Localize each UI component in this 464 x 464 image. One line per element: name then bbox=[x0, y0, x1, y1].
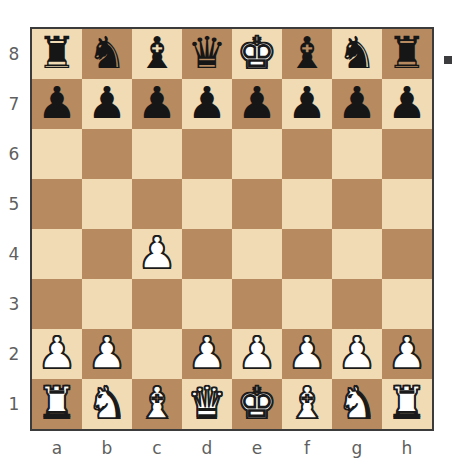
rank-label-7: 7 bbox=[0, 79, 28, 129]
square-e7[interactable]: ♟ bbox=[232, 79, 282, 129]
square-c8[interactable]: ♝ bbox=[132, 29, 182, 79]
white-pawn-c4[interactable]: ♟ bbox=[137, 231, 176, 275]
black-knight-b8[interactable]: ♞ bbox=[87, 31, 126, 75]
black-king-e8[interactable]: ♚ bbox=[237, 31, 276, 75]
white-pawn-e2[interactable]: ♟ bbox=[237, 331, 276, 375]
square-c4[interactable]: ♟ bbox=[132, 229, 182, 279]
square-a1[interactable]: ♜ bbox=[32, 379, 82, 429]
square-d5[interactable] bbox=[182, 179, 232, 229]
square-h6[interactable] bbox=[382, 129, 432, 179]
white-knight-b1[interactable]: ♞ bbox=[87, 381, 126, 425]
square-e1[interactable]: ♚ bbox=[232, 379, 282, 429]
square-h4[interactable] bbox=[382, 229, 432, 279]
white-king-e1[interactable]: ♚ bbox=[237, 381, 276, 425]
black-rook-h8[interactable]: ♜ bbox=[387, 31, 426, 75]
black-pawn-c7[interactable]: ♟ bbox=[137, 81, 176, 125]
square-f2[interactable]: ♟ bbox=[282, 329, 332, 379]
square-f6[interactable] bbox=[282, 129, 332, 179]
square-b1[interactable]: ♞ bbox=[82, 379, 132, 429]
square-g8[interactable]: ♞ bbox=[332, 29, 382, 79]
square-d2[interactable]: ♟ bbox=[182, 329, 232, 379]
file-label-d: d bbox=[182, 434, 232, 462]
square-f3[interactable] bbox=[282, 279, 332, 329]
square-h8[interactable]: ♜ bbox=[382, 29, 432, 79]
square-g7[interactable]: ♟ bbox=[332, 79, 382, 129]
square-e2[interactable]: ♟ bbox=[232, 329, 282, 379]
square-g4[interactable] bbox=[332, 229, 382, 279]
black-pawn-f7[interactable]: ♟ bbox=[287, 81, 326, 125]
square-b6[interactable] bbox=[82, 129, 132, 179]
white-knight-g1[interactable]: ♞ bbox=[337, 381, 376, 425]
white-rook-h1[interactable]: ♜ bbox=[387, 381, 426, 425]
square-h1[interactable]: ♜ bbox=[382, 379, 432, 429]
file-label-c: c bbox=[132, 434, 182, 462]
rank-label-5: 5 bbox=[0, 179, 28, 229]
square-b2[interactable]: ♟ bbox=[82, 329, 132, 379]
white-pawn-h2[interactable]: ♟ bbox=[387, 331, 426, 375]
white-pawn-b2[interactable]: ♟ bbox=[87, 331, 126, 375]
square-a2[interactable]: ♟ bbox=[32, 329, 82, 379]
square-a4[interactable] bbox=[32, 229, 82, 279]
square-b4[interactable] bbox=[82, 229, 132, 279]
black-knight-g8[interactable]: ♞ bbox=[337, 31, 376, 75]
rank-label-8: 8 bbox=[0, 29, 28, 79]
square-e8[interactable]: ♚ bbox=[232, 29, 282, 79]
white-pawn-d2[interactable]: ♟ bbox=[187, 331, 226, 375]
square-g2[interactable]: ♟ bbox=[332, 329, 382, 379]
chess-board[interactable]: ♜♞♝♛♚♝♞♜♟♟♟♟♟♟♟♟♟♟♟♟♟♟♟♟♜♞♝♛♚♝♞♜ bbox=[30, 27, 434, 431]
file-label-a: a bbox=[32, 434, 82, 462]
rank-label-4: 4 bbox=[0, 229, 28, 279]
black-pawn-d7[interactable]: ♟ bbox=[187, 81, 226, 125]
black-pawn-a7[interactable]: ♟ bbox=[37, 81, 76, 125]
file-label-h: h bbox=[382, 434, 432, 462]
square-c6[interactable] bbox=[132, 129, 182, 179]
file-label-e: e bbox=[232, 434, 282, 462]
square-f8[interactable]: ♝ bbox=[282, 29, 332, 79]
black-to-move-indicator bbox=[444, 56, 452, 64]
square-c5[interactable] bbox=[132, 179, 182, 229]
file-label-g: g bbox=[332, 434, 382, 462]
square-c1[interactable]: ♝ bbox=[132, 379, 182, 429]
square-e5[interactable] bbox=[232, 179, 282, 229]
white-pawn-f2[interactable]: ♟ bbox=[287, 331, 326, 375]
black-pawn-b7[interactable]: ♟ bbox=[87, 81, 126, 125]
square-a7[interactable]: ♟ bbox=[32, 79, 82, 129]
square-d6[interactable] bbox=[182, 129, 232, 179]
file-label-b: b bbox=[82, 434, 132, 462]
square-d1[interactable]: ♛ bbox=[182, 379, 232, 429]
white-bishop-c1[interactable]: ♝ bbox=[137, 381, 176, 425]
square-b7[interactable]: ♟ bbox=[82, 79, 132, 129]
black-pawn-h7[interactable]: ♟ bbox=[387, 81, 426, 125]
square-b3[interactable] bbox=[82, 279, 132, 329]
black-rook-a8[interactable]: ♜ bbox=[37, 31, 76, 75]
square-h2[interactable]: ♟ bbox=[382, 329, 432, 379]
square-c2[interactable] bbox=[132, 329, 182, 379]
white-pawn-g2[interactable]: ♟ bbox=[337, 331, 376, 375]
rank-label-3: 3 bbox=[0, 279, 28, 329]
rank-label-1: 1 bbox=[0, 379, 28, 429]
white-bishop-f1[interactable]: ♝ bbox=[287, 381, 326, 425]
square-g6[interactable] bbox=[332, 129, 382, 179]
square-a6[interactable] bbox=[32, 129, 82, 179]
square-e3[interactable] bbox=[232, 279, 282, 329]
square-a5[interactable] bbox=[32, 179, 82, 229]
black-bishop-c8[interactable]: ♝ bbox=[137, 31, 176, 75]
square-b5[interactable] bbox=[82, 179, 132, 229]
square-d4[interactable] bbox=[182, 229, 232, 279]
square-d3[interactable] bbox=[182, 279, 232, 329]
rank-label-2: 2 bbox=[0, 329, 28, 379]
square-a8[interactable]: ♜ bbox=[32, 29, 82, 79]
square-g1[interactable]: ♞ bbox=[332, 379, 382, 429]
square-d7[interactable]: ♟ bbox=[182, 79, 232, 129]
square-h3[interactable] bbox=[382, 279, 432, 329]
white-rook-a1[interactable]: ♜ bbox=[37, 381, 76, 425]
black-pawn-e7[interactable]: ♟ bbox=[237, 81, 276, 125]
square-a3[interactable] bbox=[32, 279, 82, 329]
square-c7[interactable]: ♟ bbox=[132, 79, 182, 129]
square-h5[interactable] bbox=[382, 179, 432, 229]
square-f5[interactable] bbox=[282, 179, 332, 229]
black-pawn-g7[interactable]: ♟ bbox=[337, 81, 376, 125]
black-queen-d8[interactable]: ♛ bbox=[187, 31, 226, 75]
square-b8[interactable]: ♞ bbox=[82, 29, 132, 79]
white-queen-d1[interactable]: ♛ bbox=[187, 381, 226, 425]
square-h7[interactable]: ♟ bbox=[382, 79, 432, 129]
rank-label-6: 6 bbox=[0, 129, 28, 179]
square-e6[interactable] bbox=[232, 129, 282, 179]
square-f4[interactable] bbox=[282, 229, 332, 279]
black-bishop-f8[interactable]: ♝ bbox=[287, 31, 326, 75]
white-pawn-a2[interactable]: ♟ bbox=[37, 331, 76, 375]
square-d8[interactable]: ♛ bbox=[182, 29, 232, 79]
file-label-f: f bbox=[282, 434, 332, 462]
square-g5[interactable] bbox=[332, 179, 382, 229]
square-f1[interactable]: ♝ bbox=[282, 379, 332, 429]
square-g3[interactable] bbox=[332, 279, 382, 329]
square-f7[interactable]: ♟ bbox=[282, 79, 332, 129]
square-e4[interactable] bbox=[232, 229, 282, 279]
square-c3[interactable] bbox=[132, 279, 182, 329]
